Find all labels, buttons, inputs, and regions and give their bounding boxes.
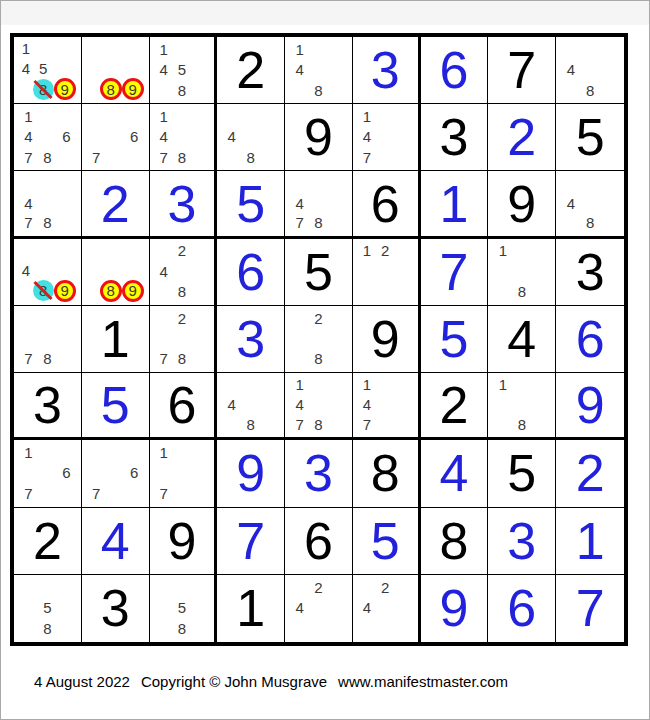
cell-r3c9[interactable]: 48 bbox=[556, 171, 624, 238]
candidate-8: 8 bbox=[314, 215, 322, 230]
candidate-8: 8 bbox=[43, 351, 51, 366]
candidate-4: 4 bbox=[24, 196, 32, 211]
candidate-1: 1 bbox=[363, 243, 371, 258]
cell-r7c1[interactable]: 167 bbox=[14, 440, 82, 507]
candidate-1: 1 bbox=[499, 243, 507, 258]
cell-r4c4[interactable]: 6 bbox=[217, 239, 285, 306]
cell-r3c5[interactable]: 478 bbox=[285, 171, 353, 238]
cell-r4c1[interactable]: 489 bbox=[14, 239, 82, 306]
cell-value-given: 1 bbox=[236, 582, 265, 634]
candidate-grid: 1478 bbox=[150, 104, 215, 170]
cell-r8c2[interactable]: 4 bbox=[82, 508, 150, 575]
candidate-grid: 278 bbox=[150, 306, 215, 372]
cell-r7c4[interactable]: 9 bbox=[217, 440, 285, 507]
candidate-7: 7 bbox=[160, 150, 168, 165]
cell-r1c2[interactable]: 89 bbox=[82, 37, 150, 104]
cell-value-given: 3 bbox=[33, 379, 62, 431]
cell-r8c4[interactable]: 7 bbox=[217, 508, 285, 575]
cell-r7c3[interactable]: 17 bbox=[150, 440, 218, 507]
cell-value-given: 5 bbox=[576, 111, 605, 163]
footer-date: 4 August 2022 bbox=[34, 673, 130, 690]
cell-value-solved: 7 bbox=[440, 246, 469, 298]
cell-value-solved: 1 bbox=[440, 178, 469, 230]
candidate-grid: 148 bbox=[285, 37, 352, 103]
candidate-7: 7 bbox=[24, 351, 32, 366]
cell-r9c1[interactable]: 58 bbox=[14, 575, 82, 642]
candidate-5: 5 bbox=[178, 600, 186, 615]
footer: 4 August 2022 Copyright © John Musgrave … bbox=[34, 673, 508, 690]
cell-value-solved: 6 bbox=[440, 44, 469, 96]
cell-value-solved: 6 bbox=[507, 582, 536, 634]
candidate-grid: 147 bbox=[353, 104, 418, 170]
candidate-grid: 12 bbox=[353, 239, 418, 305]
candidate-2: 2 bbox=[178, 311, 186, 326]
candidate-6: 6 bbox=[62, 129, 70, 144]
candidate-grid: 14589 bbox=[14, 37, 81, 103]
cell-r3c1[interactable]: 478 bbox=[14, 171, 82, 238]
candidate-4: 4 bbox=[363, 129, 371, 144]
candidate-7: 7 bbox=[92, 486, 100, 501]
cell-r6c8[interactable]: 18 bbox=[488, 373, 556, 440]
cell-r4c3[interactable]: 248 bbox=[150, 239, 218, 306]
cell-r5c5[interactable]: 28 bbox=[285, 306, 353, 373]
cell-value-given: 3 bbox=[576, 246, 605, 298]
candidate-1: 1 bbox=[24, 109, 32, 124]
cell-value-given: 9 bbox=[507, 178, 536, 230]
candidate-8-eliminated: 8 bbox=[33, 280, 54, 301]
candidate-1: 1 bbox=[160, 42, 168, 57]
candidate-8: 8 bbox=[178, 621, 186, 636]
cell-r9c3[interactable]: 58 bbox=[150, 575, 218, 642]
candidate-8: 8 bbox=[586, 83, 594, 98]
candidate-4: 4 bbox=[567, 196, 575, 211]
cell-r8c1[interactable]: 2 bbox=[14, 508, 82, 575]
candidate-7: 7 bbox=[160, 486, 168, 501]
candidate-grid: 89 bbox=[82, 37, 149, 103]
candidate-grid: 489 bbox=[14, 239, 81, 305]
candidate-4: 4 bbox=[160, 264, 168, 279]
cell-r1c7[interactable]: 6 bbox=[421, 37, 489, 104]
candidate-4: 4 bbox=[295, 397, 303, 412]
cell-r2c9[interactable]: 5 bbox=[556, 104, 624, 171]
cell-value-given: 6 bbox=[304, 515, 333, 567]
cell-value-solved: 5 bbox=[440, 313, 469, 365]
cell-r6c5[interactable]: 1478 bbox=[285, 373, 353, 440]
cell-value-given: 2 bbox=[236, 44, 265, 96]
cell-r1c3[interactable]: 1458 bbox=[150, 37, 218, 104]
candidate-9-circled: 9 bbox=[54, 280, 76, 302]
candidate-2: 2 bbox=[381, 580, 389, 595]
cell-r2c6[interactable]: 147 bbox=[353, 104, 421, 171]
candidate-grid: 28 bbox=[285, 306, 352, 372]
cell-r3c7[interactable]: 1 bbox=[421, 171, 489, 238]
cell-r9c9[interactable]: 7 bbox=[556, 575, 624, 642]
candidate-1: 1 bbox=[22, 41, 30, 56]
cell-value-solved: 5 bbox=[236, 178, 265, 230]
cell-r3c3[interactable]: 3 bbox=[150, 171, 218, 238]
cell-r6c3[interactable]: 6 bbox=[150, 373, 218, 440]
cell-r5c8[interactable]: 4 bbox=[488, 306, 556, 373]
candidate-1: 1 bbox=[24, 445, 32, 460]
cell-r8c7[interactable]: 8 bbox=[421, 508, 489, 575]
cell-r2c7[interactable]: 3 bbox=[421, 104, 489, 171]
candidate-grid: 478 bbox=[285, 171, 352, 235]
cell-value-solved: 2 bbox=[576, 447, 605, 499]
cell-r4c2[interactable]: 89 bbox=[82, 239, 150, 306]
candidate-4: 4 bbox=[295, 600, 303, 615]
candidate-7: 7 bbox=[92, 150, 100, 165]
candidate-grid: 67 bbox=[82, 440, 149, 506]
candidate-5: 5 bbox=[178, 62, 186, 77]
candidate-8: 8 bbox=[586, 215, 594, 230]
candidate-8: 8 bbox=[43, 150, 51, 165]
cell-r1c5[interactable]: 148 bbox=[285, 37, 353, 104]
candidate-8: 8 bbox=[43, 215, 51, 230]
candidate-9-circled: 9 bbox=[122, 280, 144, 302]
candidate-2: 2 bbox=[178, 243, 186, 258]
candidate-1: 1 bbox=[295, 377, 303, 392]
page: 1458989145821483674814678671478489147325… bbox=[0, 0, 650, 720]
candidate-6: 6 bbox=[62, 465, 70, 480]
candidate-8: 8 bbox=[178, 284, 186, 299]
cell-value-solved: 6 bbox=[576, 313, 605, 365]
candidate-8: 8 bbox=[518, 284, 526, 299]
candidate-8: 8 bbox=[43, 621, 51, 636]
cell-r5c7[interactable]: 5 bbox=[421, 306, 489, 373]
candidate-7: 7 bbox=[295, 215, 303, 230]
candidate-6: 6 bbox=[130, 465, 138, 480]
cell-r8c6[interactable]: 5 bbox=[353, 508, 421, 575]
cell-r6c9[interactable]: 9 bbox=[556, 373, 624, 440]
cell-r8c5[interactable]: 6 bbox=[285, 508, 353, 575]
candidate-7: 7 bbox=[363, 150, 371, 165]
cell-r4c9[interactable]: 3 bbox=[556, 239, 624, 306]
cell-value-solved: 5 bbox=[371, 515, 400, 567]
candidate-grid: 48 bbox=[217, 104, 284, 170]
sudoku-board: 1458989145821483674814678671478489147325… bbox=[10, 33, 628, 646]
candidate-7: 7 bbox=[24, 150, 32, 165]
cell-value-solved: 9 bbox=[576, 379, 605, 431]
cell-r4c6[interactable]: 12 bbox=[353, 239, 421, 306]
cell-r3c8[interactable]: 9 bbox=[488, 171, 556, 238]
candidate-1: 1 bbox=[363, 109, 371, 124]
cell-r7c9[interactable]: 2 bbox=[556, 440, 624, 507]
candidate-grid: 89 bbox=[82, 239, 149, 305]
cell-value-given: 5 bbox=[507, 447, 536, 499]
cell-r6c2[interactable]: 5 bbox=[82, 373, 150, 440]
candidate-grid: 478 bbox=[14, 171, 81, 235]
candidate-5: 5 bbox=[43, 600, 51, 615]
candidate-5: 5 bbox=[39, 61, 47, 76]
candidate-grid: 1478 bbox=[285, 373, 352, 437]
candidate-7: 7 bbox=[295, 417, 303, 432]
cell-value-solved: 3 bbox=[167, 178, 196, 230]
candidate-8: 8 bbox=[518, 417, 526, 432]
candidate-7: 7 bbox=[24, 486, 32, 501]
candidate-1: 1 bbox=[363, 377, 371, 392]
cell-r2c2[interactable]: 67 bbox=[82, 104, 150, 171]
candidate-grid: 167 bbox=[14, 440, 81, 506]
candidate-grid: 78 bbox=[14, 306, 81, 372]
candidate-grid: 248 bbox=[150, 239, 215, 305]
cell-r9c8[interactable]: 6 bbox=[488, 575, 556, 642]
cell-r8c3[interactable]: 9 bbox=[150, 508, 218, 575]
candidate-8: 8 bbox=[314, 417, 322, 432]
candidate-8: 8 bbox=[178, 351, 186, 366]
cell-r2c1[interactable]: 14678 bbox=[14, 104, 82, 171]
cell-r7c6[interactable]: 8 bbox=[353, 440, 421, 507]
candidate-grid: 67 bbox=[82, 104, 149, 170]
candidate-8-circled: 8 bbox=[100, 78, 122, 100]
cell-r6c6[interactable]: 147 bbox=[353, 373, 421, 440]
cell-value-solved: 2 bbox=[507, 111, 536, 163]
candidate-4: 4 bbox=[295, 196, 303, 211]
candidate-6: 6 bbox=[130, 129, 138, 144]
cell-r7c2[interactable]: 67 bbox=[82, 440, 150, 507]
candidate-8: 8 bbox=[314, 83, 322, 98]
candidate-grid: 17 bbox=[150, 440, 215, 506]
cell-value-given: 3 bbox=[101, 582, 130, 634]
candidate-4: 4 bbox=[24, 129, 32, 144]
cell-value-solved: 1 bbox=[576, 515, 605, 567]
cell-r6c7[interactable]: 2 bbox=[421, 373, 489, 440]
cell-value-given: 8 bbox=[440, 515, 469, 567]
candidate-4: 4 bbox=[567, 62, 575, 77]
candidate-4: 4 bbox=[160, 62, 168, 77]
candidate-grid: 18 bbox=[488, 239, 555, 305]
candidate-8-circled: 8 bbox=[100, 280, 122, 302]
cell-value-solved: 2 bbox=[101, 178, 130, 230]
candidate-4: 4 bbox=[228, 129, 236, 144]
cell-value-solved: 7 bbox=[236, 515, 265, 567]
cell-r7c5[interactable]: 3 bbox=[285, 440, 353, 507]
cell-value-solved: 3 bbox=[236, 313, 265, 365]
cell-value-given: 9 bbox=[167, 515, 196, 567]
cell-value-solved: 3 bbox=[304, 447, 333, 499]
cell-r3c2[interactable]: 2 bbox=[82, 171, 150, 238]
top-band bbox=[1, 1, 649, 25]
candidate-1: 1 bbox=[295, 42, 303, 57]
cell-r2c4[interactable]: 48 bbox=[217, 104, 285, 171]
candidate-9-circled: 9 bbox=[122, 78, 144, 100]
cell-value-solved: 6 bbox=[236, 246, 265, 298]
candidate-4: 4 bbox=[22, 263, 30, 278]
cell-r2c3[interactable]: 1478 bbox=[150, 104, 218, 171]
cell-r2c8[interactable]: 2 bbox=[488, 104, 556, 171]
candidate-1: 1 bbox=[160, 109, 168, 124]
candidate-2: 2 bbox=[381, 243, 389, 258]
cell-r9c4[interactable]: 1 bbox=[217, 575, 285, 642]
candidate-8: 8 bbox=[178, 83, 186, 98]
cell-value-given: 6 bbox=[167, 379, 196, 431]
candidate-grid: 24 bbox=[353, 575, 418, 642]
cell-r5c4[interactable]: 3 bbox=[217, 306, 285, 373]
cell-r1c6[interactable]: 3 bbox=[353, 37, 421, 104]
cell-value-given: 3 bbox=[440, 111, 469, 163]
cell-value-given: 5 bbox=[304, 246, 333, 298]
cell-r3c4[interactable]: 5 bbox=[217, 171, 285, 238]
cell-value-given: 2 bbox=[440, 379, 469, 431]
cell-r1c8[interactable]: 7 bbox=[488, 37, 556, 104]
candidate-grid: 58 bbox=[150, 575, 215, 642]
cell-value-solved: 9 bbox=[236, 447, 265, 499]
candidate-4: 4 bbox=[295, 62, 303, 77]
candidate-4: 4 bbox=[228, 397, 236, 412]
candidate-grid: 18 bbox=[488, 373, 555, 437]
candidate-2: 2 bbox=[314, 311, 322, 326]
cell-value-given: 2 bbox=[33, 515, 62, 567]
cell-value-solved: 5 bbox=[101, 379, 130, 431]
candidate-7: 7 bbox=[160, 351, 168, 366]
cell-r8c9[interactable]: 1 bbox=[556, 508, 624, 575]
candidate-4: 4 bbox=[160, 129, 168, 144]
candidate-2: 2 bbox=[314, 580, 322, 595]
cell-value-given: 7 bbox=[507, 44, 536, 96]
candidate-7: 7 bbox=[24, 215, 32, 230]
candidate-grid: 48 bbox=[556, 171, 624, 235]
cell-r5c9[interactable]: 6 bbox=[556, 306, 624, 373]
footer-copyright: Copyright © John Musgrave bbox=[141, 673, 327, 690]
cell-value-given: 9 bbox=[371, 313, 400, 365]
candidate-grid: 48 bbox=[217, 373, 284, 437]
cell-value-solved: 7 bbox=[576, 582, 605, 634]
cell-r7c8[interactable]: 5 bbox=[488, 440, 556, 507]
cell-r3c6[interactable]: 6 bbox=[353, 171, 421, 238]
cell-r4c5[interactable]: 5 bbox=[285, 239, 353, 306]
cell-r8c8[interactable]: 3 bbox=[488, 508, 556, 575]
cell-r9c2[interactable]: 3 bbox=[82, 575, 150, 642]
cell-r5c1[interactable]: 78 bbox=[14, 306, 82, 373]
cell-r4c7[interactable]: 7 bbox=[421, 239, 489, 306]
cell-r9c7[interactable]: 9 bbox=[421, 575, 489, 642]
candidate-grid: 58 bbox=[14, 575, 81, 642]
candidate-7: 7 bbox=[363, 417, 371, 432]
cell-r2c5[interactable]: 9 bbox=[285, 104, 353, 171]
cell-value-given: 6 bbox=[371, 178, 400, 230]
cell-value-solved: 9 bbox=[440, 582, 469, 634]
cell-value-solved: 4 bbox=[101, 515, 130, 567]
cell-r9c6[interactable]: 24 bbox=[353, 575, 421, 642]
cell-value-given: 4 bbox=[507, 313, 536, 365]
candidate-grid: 14678 bbox=[14, 104, 81, 170]
candidate-8: 8 bbox=[178, 150, 186, 165]
candidate-8-eliminated: 8 bbox=[33, 79, 54, 100]
candidate-1: 1 bbox=[160, 445, 168, 460]
cell-r5c2[interactable]: 1 bbox=[82, 306, 150, 373]
cell-r6c4[interactable]: 48 bbox=[217, 373, 285, 440]
candidate-4: 4 bbox=[363, 600, 371, 615]
candidate-grid: 1458 bbox=[150, 37, 215, 103]
cell-r5c6[interactable]: 9 bbox=[353, 306, 421, 373]
candidate-8: 8 bbox=[247, 417, 255, 432]
candidate-1: 1 bbox=[499, 377, 507, 392]
candidate-4: 4 bbox=[22, 61, 30, 76]
cell-r7c7[interactable]: 4 bbox=[421, 440, 489, 507]
cell-value-solved: 4 bbox=[440, 447, 469, 499]
cell-r4c8[interactable]: 18 bbox=[488, 239, 556, 306]
cell-value-solved: 3 bbox=[371, 44, 400, 96]
footer-website: www.manifestmaster.com bbox=[338, 673, 508, 690]
cell-r6c1[interactable]: 3 bbox=[14, 373, 82, 440]
candidate-8: 8 bbox=[247, 150, 255, 165]
cell-r1c1[interactable]: 14589 bbox=[14, 37, 82, 104]
cell-value-given: 8 bbox=[371, 447, 400, 499]
candidate-8: 8 bbox=[314, 351, 322, 366]
cell-r5c3[interactable]: 278 bbox=[150, 306, 218, 373]
candidate-grid: 48 bbox=[556, 37, 624, 103]
cell-value-solved: 3 bbox=[507, 515, 536, 567]
cell-r1c9[interactable]: 48 bbox=[556, 37, 624, 104]
candidate-grid: 24 bbox=[285, 575, 352, 642]
cell-r9c5[interactable]: 24 bbox=[285, 575, 353, 642]
candidate-grid: 147 bbox=[353, 373, 418, 437]
cell-r1c4[interactable]: 2 bbox=[217, 37, 285, 104]
cell-value-given: 9 bbox=[304, 111, 333, 163]
candidate-4: 4 bbox=[363, 397, 371, 412]
candidate-9-circled: 9 bbox=[54, 78, 76, 100]
cell-value-given: 1 bbox=[101, 313, 130, 365]
